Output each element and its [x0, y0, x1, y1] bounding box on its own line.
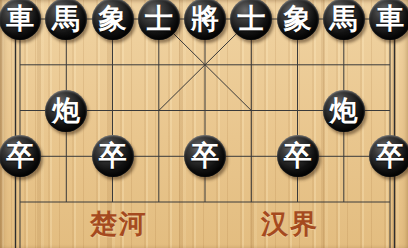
piece-black-cannon-left[interactable]: 炮 [45, 90, 87, 132]
river-label-han: 汉界 [261, 206, 319, 242]
river-label-chu: 楚河 [90, 206, 148, 242]
piece-black-soldier-2[interactable]: 卒 [92, 135, 134, 177]
piece-black-cannon-right[interactable]: 炮 [323, 90, 365, 132]
piece-black-soldier-5[interactable]: 卒 [369, 135, 408, 177]
piece-black-elephant-left[interactable]: 象 [92, 0, 134, 40]
piece-black-soldier-4[interactable]: 卒 [277, 135, 319, 177]
piece-black-horse-right[interactable]: 馬 [323, 0, 365, 40]
piece-black-chariot-right[interactable]: 車 [369, 0, 408, 40]
piece-black-elephant-right[interactable]: 象 [277, 0, 319, 40]
piece-black-general[interactable]: 將 [184, 0, 226, 40]
piece-black-advisor-left[interactable]: 士 [138, 0, 180, 40]
piece-black-soldier-3[interactable]: 卒 [184, 135, 226, 177]
xiangqi-board: 楚河 汉界 車馬象士將士象馬車炮炮卒卒卒卒卒 [0, 0, 408, 248]
